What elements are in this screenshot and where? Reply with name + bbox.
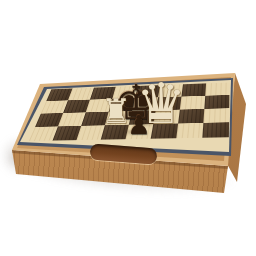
- square-r3c8[interactable]: [203, 108, 229, 123]
- black-pawn[interactable]: ♟: [126, 112, 152, 138]
- chess-box-photo: ♚♜♛♟: [0, 0, 256, 256]
- square-r2c8[interactable]: [204, 95, 229, 109]
- square-r1c8[interactable]: [205, 82, 229, 95]
- square-r4c8[interactable]: [202, 122, 229, 138]
